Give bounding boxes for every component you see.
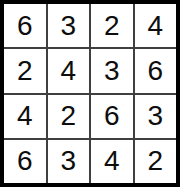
grid-cell-r0c3: 4 [135, 4, 177, 47]
number-grid-board: 6324243642636342 [0, 0, 180, 187]
grid-cell-r0c0: 6 [4, 4, 46, 47]
grid-cell-r3c3: 2 [135, 140, 177, 183]
grid-cell-r1c3: 6 [135, 49, 177, 92]
grid-cell-r1c2: 3 [91, 49, 133, 92]
grid-cell-r2c2: 6 [91, 95, 133, 138]
grid-cell-r1c0: 2 [4, 49, 46, 92]
grid-cell-r2c0: 4 [4, 95, 46, 138]
grid-cell-r2c3: 3 [135, 95, 177, 138]
grid-cell-r2c1: 2 [48, 95, 90, 138]
grid-cell-r0c1: 3 [48, 4, 90, 47]
grid-cell-r3c2: 4 [91, 140, 133, 183]
grid-cell-r1c1: 4 [48, 49, 90, 92]
grid-cell-r0c2: 2 [91, 4, 133, 47]
grid-cell-r3c0: 6 [4, 140, 46, 183]
grid-cell-r3c1: 3 [48, 140, 90, 183]
puzzle-board-wrapper: 6324243642636342 [0, 0, 180, 187]
